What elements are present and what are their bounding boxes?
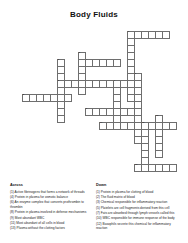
across-clue: (11) Most abundant of all cells in blood <box>10 221 92 226</box>
down-clue: (2) The fluid matrix of blood <box>96 195 182 200</box>
crossword-cell[interactable] <box>78 87 86 95</box>
down-heading: Down <box>96 183 182 189</box>
across-clue: (13) Plasma without the clotting factors <box>10 226 92 231</box>
across-clue: (9) Most abundant WBC <box>10 216 92 221</box>
across-heading: Across <box>10 183 92 189</box>
page-title: Body Fluids <box>0 10 188 19</box>
down-clues-section: Down (1) Protein in plasma for clotting … <box>96 183 182 232</box>
crossword-cell[interactable] <box>169 122 177 130</box>
crossword-grid: 12345678910111213 <box>22 31 178 173</box>
across-clue: (6) An enzyme complex that converts prot… <box>10 200 92 209</box>
down-clue: (1) Protein in plasma for clotting of bl… <box>96 190 182 195</box>
across-clue: (4) Protein in plasma for osmotic balanc… <box>10 195 92 200</box>
crossword-cell[interactable] <box>155 150 163 158</box>
down-clue: (10) WBC responsible for immune response… <box>96 216 182 221</box>
down-clue: (12) Basophils secrete this chemical for… <box>96 222 182 231</box>
crossword-cell[interactable] <box>169 164 177 172</box>
crossword-cell[interactable] <box>113 59 121 67</box>
crossword-cell[interactable] <box>162 31 170 39</box>
across-clue: (8) Protein in plasma involved in defens… <box>10 210 92 215</box>
down-clue: (5) Platelets are cell fragments derived… <box>96 206 182 211</box>
down-clue: (7) Fats are absorbed through lymph vess… <box>96 211 182 216</box>
down-clue: (3) Chemical responsible for inflammator… <box>96 200 182 205</box>
crossword-cell[interactable] <box>64 94 72 102</box>
crossword-cell[interactable] <box>57 115 65 123</box>
across-clue: (1) Active fibrinogens that forms a netw… <box>10 190 92 195</box>
across-clues-section: Across (1) Active fibrinogens that forms… <box>10 183 92 232</box>
